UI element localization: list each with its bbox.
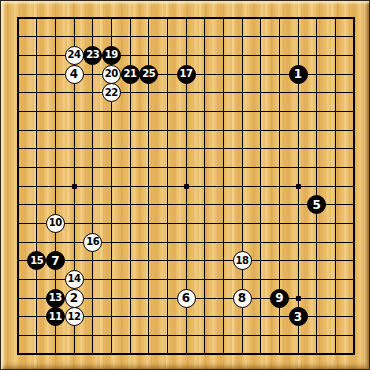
grid-line-horizontal [17, 260, 355, 261]
stone-14-white[interactable]: 14 [65, 270, 84, 289]
stone-3-black[interactable]: 3 [289, 307, 308, 326]
grid-line-horizontal [17, 353, 355, 355]
grid-line-vertical [353, 17, 355, 355]
stone-11-black[interactable]: 11 [46, 307, 65, 326]
stone-7-black[interactable]: 7 [46, 251, 65, 270]
grid-line-vertical [223, 17, 224, 355]
stone-2-white[interactable]: 2 [65, 289, 84, 308]
stone-15-black[interactable]: 15 [27, 251, 46, 270]
grid-line-vertical [316, 17, 317, 355]
stone-8-white[interactable]: 8 [233, 289, 252, 308]
grid-line-horizontal [17, 223, 355, 224]
star-point [72, 184, 77, 189]
stone-13-black[interactable]: 13 [46, 289, 65, 308]
goban[interactable]: 1234567891011121314151617181920212223242… [0, 0, 370, 370]
grid-line-horizontal [17, 335, 355, 336]
stone-25-black[interactable]: 25 [139, 65, 158, 84]
stone-19-black[interactable]: 19 [102, 46, 121, 65]
grid-line-horizontal [17, 204, 355, 205]
grid-line-vertical [260, 17, 261, 355]
stone-12-white[interactable]: 12 [65, 307, 84, 326]
stone-22-white[interactable]: 22 [102, 83, 121, 102]
stone-20-white[interactable]: 20 [102, 65, 121, 84]
stone-23-black[interactable]: 23 [83, 46, 102, 65]
stone-5-black[interactable]: 5 [307, 195, 326, 214]
stone-10-white[interactable]: 10 [46, 214, 65, 233]
board-grid: 1234567891011121314151617181920212223242… [1, 1, 369, 369]
stone-17-black[interactable]: 17 [177, 65, 196, 84]
stone-21-black[interactable]: 21 [121, 65, 140, 84]
grid-line-vertical [204, 17, 205, 355]
stone-16-white[interactable]: 16 [83, 233, 102, 252]
stone-6-white[interactable]: 6 [177, 289, 196, 308]
stone-4-white[interactable]: 4 [65, 65, 84, 84]
star-point [296, 296, 301, 301]
stone-24-white[interactable]: 24 [65, 46, 84, 65]
star-point [184, 184, 189, 189]
star-point [296, 184, 301, 189]
stone-18-white[interactable]: 18 [233, 251, 252, 270]
grid-line-horizontal [17, 242, 355, 243]
stone-1-black[interactable]: 1 [289, 65, 308, 84]
grid-line-vertical [335, 17, 336, 355]
stone-9-black[interactable]: 9 [270, 289, 289, 308]
